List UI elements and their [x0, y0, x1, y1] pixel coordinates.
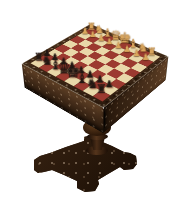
piece-glyph: ♟ — [89, 31, 96, 39]
piece-glyph: ♟ — [142, 53, 150, 62]
piece-glyph: ♟ — [106, 38, 114, 47]
chess-table-photo: ♜♞♝♛♚♝♞♜♟♟♟♟♟♟♟♟♟♟♟♟♟♟♟♟♜♞♝♛♚♝♞♜ — [0, 0, 182, 200]
piece-glyph: ♟ — [114, 41, 122, 50]
piece-glyph: ♟ — [81, 27, 88, 35]
piece-glyph: ♟ — [123, 45, 131, 54]
piece-glyph: ♜ — [96, 83, 107, 95]
piece-glyph: ♟ — [132, 49, 140, 58]
piece-glyph: ♟ — [97, 34, 105, 42]
table-top-scene: ♜♞♝♛♚♝♞♜♟♟♟♟♟♟♟♟♟♟♟♟♟♟♟♟♜♞♝♛♚♝♞♜ — [0, 0, 182, 200]
chess-table-top: ♜♞♝♛♚♝♞♜♟♟♟♟♟♟♟♟♟♟♟♟♟♟♟♟♜♞♝♛♚♝♞♜ — [22, 24, 169, 108]
